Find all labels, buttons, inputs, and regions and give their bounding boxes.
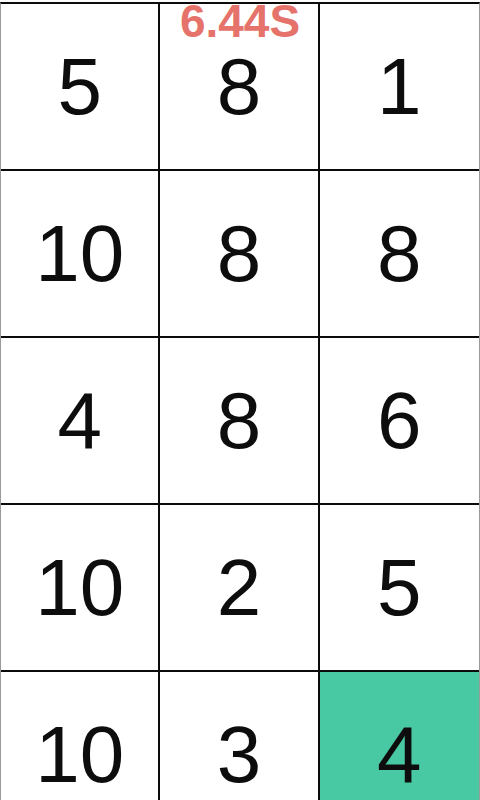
cell-r2c3[interactable]: 8 <box>320 171 479 338</box>
cell-r5c2[interactable]: 3 <box>160 672 319 800</box>
cell-r5c1[interactable]: 10 <box>1 672 160 800</box>
number-grid: 5 8 1 10 8 8 4 8 6 10 2 5 10 3 4 <box>0 2 480 800</box>
cell-r1c1[interactable]: 5 <box>1 4 160 171</box>
cell-r2c2[interactable]: 8 <box>160 171 319 338</box>
cell-r1c3[interactable]: 1 <box>320 4 479 171</box>
cell-r3c1[interactable]: 4 <box>1 338 160 505</box>
cell-r1c2[interactable]: 8 <box>160 4 319 171</box>
cell-r3c2[interactable]: 8 <box>160 338 319 505</box>
cell-r4c1[interactable]: 10 <box>1 505 160 672</box>
cell-r5c3[interactable]: 4 <box>320 672 479 800</box>
cell-r4c2[interactable]: 2 <box>160 505 319 672</box>
cell-r3c3[interactable]: 6 <box>320 338 479 505</box>
cell-r4c3[interactable]: 5 <box>320 505 479 672</box>
cell-r2c1[interactable]: 10 <box>1 171 160 338</box>
